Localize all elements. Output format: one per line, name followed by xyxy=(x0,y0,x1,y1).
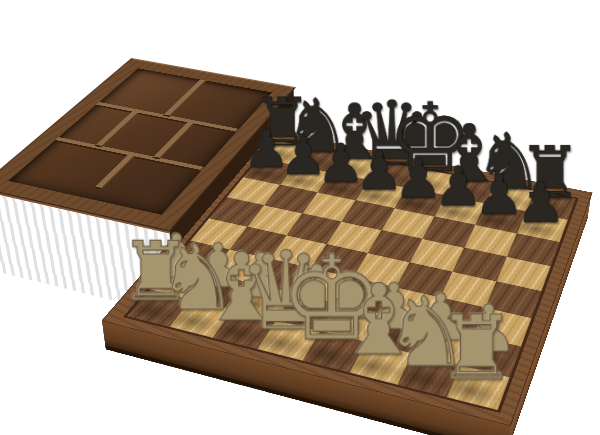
chess-box-product-photo: ♜♞♝♛♚♝♞♜♟♟♟♟♟♟♟♟♟♟♟♟♟♟♟♟♜♞♝♛♚♝♞♜ xyxy=(0,0,600,435)
square-h7[interactable]: ♟ xyxy=(517,212,568,243)
tray-divider xyxy=(163,80,207,117)
tray-divider xyxy=(152,122,194,159)
tray-divider xyxy=(95,112,139,148)
white-rook[interactable]: ♜ xyxy=(394,304,558,393)
black-pawn[interactable]: ♟ xyxy=(473,175,600,231)
tray-divider xyxy=(94,155,135,190)
square-h1[interactable]: ♜ xyxy=(447,365,510,410)
